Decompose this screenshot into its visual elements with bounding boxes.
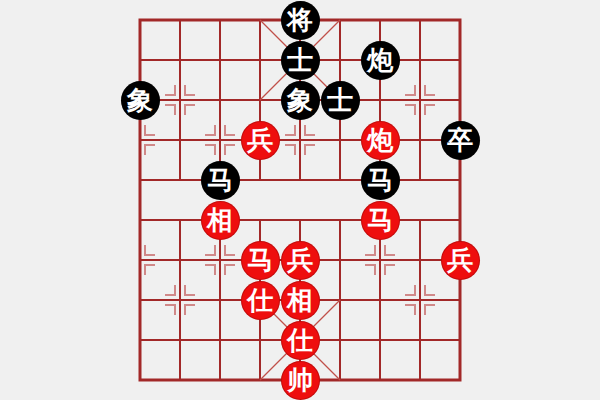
piece-red-soldier[interactable]: 兵 <box>241 121 280 160</box>
piece-red-elephant[interactable]: 相 <box>201 201 240 240</box>
piece-black-elephant[interactable]: 象 <box>281 81 320 120</box>
piece-red-soldier[interactable]: 兵 <box>281 241 320 280</box>
piece-black-advisor[interactable]: 士 <box>321 81 360 120</box>
piece-black-advisor[interactable]: 士 <box>281 41 320 80</box>
piece-red-horse[interactable]: 马 <box>241 241 280 280</box>
piece-black-soldier[interactable]: 卒 <box>441 121 480 160</box>
piece-red-advisor[interactable]: 仕 <box>281 321 320 360</box>
pieces-layer: 将士炮象象士兵炮卒马马相马马兵兵仕相仕帅 <box>120 0 480 400</box>
piece-black-horse[interactable]: 马 <box>361 161 400 200</box>
screen: 将士炮象象士兵炮卒马马相马马兵兵仕相仕帅 <box>0 0 600 400</box>
piece-red-soldier[interactable]: 兵 <box>441 241 480 280</box>
piece-black-horse[interactable]: 马 <box>201 161 240 200</box>
xiangqi-board[interactable]: 将士炮象象士兵炮卒马马相马马兵兵仕相仕帅 <box>0 0 600 400</box>
piece-black-cannon[interactable]: 炮 <box>361 41 400 80</box>
piece-red-general[interactable]: 帅 <box>281 361 320 400</box>
piece-black-general[interactable]: 将 <box>281 1 320 40</box>
piece-red-horse[interactable]: 马 <box>361 201 400 240</box>
piece-black-elephant[interactable]: 象 <box>121 81 160 120</box>
piece-red-advisor[interactable]: 仕 <box>241 281 280 320</box>
piece-red-elephant[interactable]: 相 <box>281 281 320 320</box>
piece-red-cannon[interactable]: 炮 <box>361 121 400 160</box>
